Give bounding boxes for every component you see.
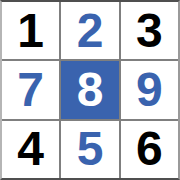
- board-cell-r2c2-selected[interactable]: 8: [61, 61, 118, 118]
- board-cell-r3c1[interactable]: 4: [2, 121, 59, 178]
- board-cell-r2c3[interactable]: 9: [121, 61, 178, 118]
- sudoku-board: 1 2 3 7 8 9 4 5 6: [0, 0, 180, 180]
- board-cell-r2c1[interactable]: 7: [2, 61, 59, 118]
- board-cell-r3c3[interactable]: 6: [121, 121, 178, 178]
- board-cell-r1c1[interactable]: 1: [2, 2, 59, 59]
- board-cell-r1c2[interactable]: 2: [61, 2, 118, 59]
- board-cell-r3c2[interactable]: 5: [61, 121, 118, 178]
- board-cell-r1c3[interactable]: 3: [121, 2, 178, 59]
